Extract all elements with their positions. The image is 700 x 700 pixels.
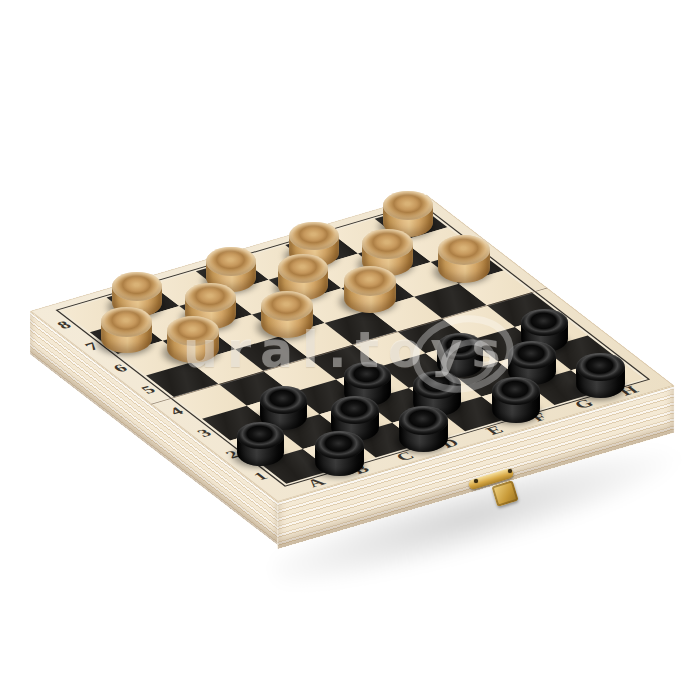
piece-top-face <box>206 247 256 276</box>
light-piece-a7 <box>101 307 152 353</box>
black-piece-a2 <box>237 422 285 466</box>
black-piece-d1 <box>399 406 448 451</box>
piece-top-face <box>112 272 162 301</box>
piece-top-face <box>399 406 448 434</box>
piece-top-face <box>167 316 219 346</box>
light-piece-d6 <box>261 291 313 338</box>
piece-top-face <box>383 191 433 220</box>
light-piece-h6 <box>438 235 490 282</box>
piece-top-face <box>508 341 556 369</box>
piece-top-face <box>289 222 339 251</box>
piece-top-face <box>101 307 152 336</box>
piece-top-face <box>362 229 413 258</box>
light-piece-b6 <box>167 316 219 363</box>
product-photo-scene: 87654321ABCDEFGH ural.toys <box>0 0 700 700</box>
piece-top-face <box>413 371 461 399</box>
black-piece-h1 <box>576 353 625 398</box>
pieces-layer <box>0 0 700 700</box>
piece-top-face <box>260 386 307 413</box>
black-piece-f1 <box>492 377 541 422</box>
piece-top-face <box>331 396 379 424</box>
light-piece-f6 <box>344 266 396 313</box>
piece-top-face <box>344 266 396 296</box>
piece-top-face <box>261 291 313 321</box>
piece-top-face <box>576 353 625 381</box>
black-piece-b1 <box>315 431 364 476</box>
piece-top-face <box>521 309 568 336</box>
black-piece-f3 <box>437 333 484 377</box>
piece-top-face <box>437 333 484 360</box>
piece-top-face <box>315 431 364 459</box>
